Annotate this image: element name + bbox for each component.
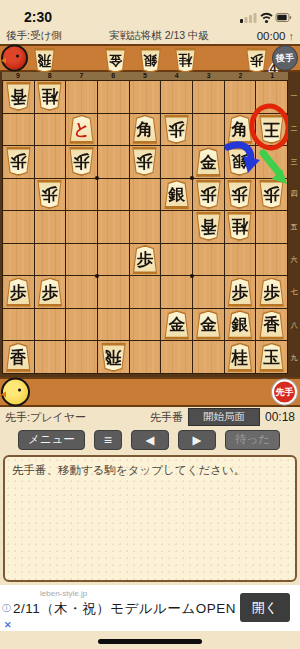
piece-銀-gote[interactable]: 銀 bbox=[139, 48, 162, 73]
square-1三[interactable] bbox=[256, 146, 288, 179]
home-indicator[interactable] bbox=[98, 639, 202, 644]
star-point bbox=[95, 176, 99, 180]
square-2三[interactable]: 銀 bbox=[225, 146, 257, 179]
piece-歩-sente[interactable]: 歩 bbox=[36, 278, 63, 307]
square-4四[interactable]: 銀 bbox=[161, 179, 193, 212]
square-9八[interactable] bbox=[3, 309, 35, 342]
sente-hand-tray: 先手 bbox=[0, 377, 300, 407]
rank-label: 七 bbox=[288, 276, 300, 309]
star-point bbox=[190, 274, 194, 278]
square-9一[interactable]: 香 bbox=[3, 81, 35, 114]
gote-role-label: 後手:受け側 bbox=[6, 29, 62, 43]
square-1八[interactable]: 香 bbox=[256, 309, 288, 342]
square-7六[interactable] bbox=[66, 244, 98, 277]
shogi-app-screen: 2:30 後手:受け側 実戦詰将棋 2/13 中級 00:00 ↑ bbox=[0, 0, 300, 649]
prev-move-button[interactable]: ◀ bbox=[131, 430, 169, 450]
piece-飛-gote[interactable]: 飛 bbox=[33, 48, 56, 73]
toolbar: メニュー ≡ ◀ ▶ 待った bbox=[0, 425, 300, 451]
rank-label: 九 bbox=[288, 341, 300, 374]
square-6七[interactable] bbox=[98, 276, 130, 309]
rank-label: 三 bbox=[288, 145, 300, 178]
square-7三[interactable]: 歩 bbox=[66, 146, 98, 179]
square-5二[interactable]: 角 bbox=[130, 114, 162, 147]
piece-香-gote[interactable]: 香 bbox=[195, 212, 222, 241]
rank-label: 四 bbox=[288, 178, 300, 211]
ad-domain: leben-style.jp bbox=[40, 589, 87, 598]
square-6八[interactable] bbox=[98, 309, 130, 342]
square-9二[interactable] bbox=[3, 114, 35, 147]
square-6六[interactable] bbox=[98, 244, 130, 277]
rank-label: 一 bbox=[288, 80, 300, 113]
rank-labels: 一二三四五六七八九 bbox=[288, 80, 300, 374]
gote-hand-slot-歩[interactable]: 歩4 bbox=[245, 48, 268, 73]
turn-label: 先手番 bbox=[150, 410, 183, 425]
ad-headline: 2/11（木・祝）モデルルームOPEN bbox=[13, 600, 236, 618]
piece-飛-gote[interactable]: 飛 bbox=[100, 343, 127, 372]
square-7二[interactable]: と bbox=[66, 114, 98, 147]
square-3八[interactable]: 金 bbox=[193, 309, 225, 342]
square-2六[interactable] bbox=[225, 244, 257, 277]
clock-time: 2:30 bbox=[24, 9, 52, 25]
square-3一[interactable] bbox=[193, 81, 225, 114]
gote-hand-slot-桂[interactable]: 桂 bbox=[174, 48, 197, 73]
square-2八[interactable]: 銀 bbox=[225, 309, 257, 342]
gote-hand-slot-金[interactable]: 金 bbox=[104, 48, 127, 73]
piece-角-sente[interactable]: 角 bbox=[131, 115, 158, 144]
signal-wifi-battery-icons bbox=[240, 11, 292, 24]
square-5一[interactable] bbox=[130, 81, 162, 114]
square-5八[interactable] bbox=[130, 309, 162, 342]
piece-歩-sente[interactable]: 歩 bbox=[131, 245, 158, 274]
file-label: 1 bbox=[256, 72, 288, 80]
square-7四[interactable] bbox=[66, 179, 98, 212]
rank-label: 二 bbox=[288, 113, 300, 146]
square-1二[interactable]: 王 bbox=[256, 114, 288, 147]
gote-hand-tray: 飛金銀桂歩4 後手 bbox=[0, 44, 300, 72]
game-header: 後手:受け側 実戦詰将棋 2/13 中級 00:00 ↑ bbox=[0, 28, 300, 44]
square-5五[interactable] bbox=[130, 211, 162, 244]
square-3七[interactable] bbox=[193, 276, 225, 309]
bottom-area bbox=[0, 631, 300, 649]
piece-銀-sente[interactable]: 銀 bbox=[163, 180, 190, 209]
piece-香-gote[interactable]: 香 bbox=[5, 82, 32, 111]
file-label: 9 bbox=[2, 72, 34, 80]
piece-金-gote[interactable]: 金 bbox=[104, 48, 127, 73]
piece-歩-sente[interactable]: 歩 bbox=[226, 278, 253, 307]
piece-王-gote[interactable]: 王 bbox=[258, 115, 285, 144]
square-6一[interactable] bbox=[98, 81, 130, 114]
square-3六[interactable] bbox=[193, 244, 225, 277]
square-6九[interactable]: 飛 bbox=[98, 341, 130, 374]
sente-role-label: 先手:プレイヤー bbox=[5, 410, 86, 425]
square-3九[interactable] bbox=[193, 341, 225, 374]
ad-info-icon[interactable]: ⓘ bbox=[2, 602, 11, 615]
piece-銀-gote[interactable]: 銀 bbox=[226, 147, 253, 176]
square-8五[interactable] bbox=[35, 211, 67, 244]
square-1六[interactable] bbox=[256, 244, 288, 277]
piece-香-sente[interactable]: 香 bbox=[5, 343, 32, 372]
square-5七[interactable] bbox=[130, 276, 162, 309]
square-2二[interactable]: 角 bbox=[225, 114, 257, 147]
square-4八[interactable]: 金 bbox=[161, 309, 193, 342]
piece-歩-gote[interactable]: 歩 bbox=[5, 147, 32, 176]
piece-歩-gote[interactable]: 歩 bbox=[226, 180, 253, 209]
rank-label: 八 bbox=[288, 309, 300, 342]
message-panel: 先手番、移動する駒をタップしてください。 bbox=[3, 455, 297, 582]
piece-金-sente[interactable]: 金 bbox=[195, 147, 222, 176]
piece-歩-sente[interactable]: 歩 bbox=[258, 278, 285, 307]
square-4六[interactable] bbox=[161, 244, 193, 277]
square-9九[interactable]: 香 bbox=[3, 341, 35, 374]
square-1五[interactable] bbox=[256, 211, 288, 244]
square-5三[interactable]: 歩 bbox=[130, 146, 162, 179]
undo-button[interactable]: 待った bbox=[225, 430, 280, 450]
gote-hand-slot-飛[interactable]: 飛 bbox=[33, 48, 56, 73]
gote-timer: 00:00 bbox=[257, 30, 286, 42]
square-9三[interactable]: 歩 bbox=[3, 146, 35, 179]
square-6四[interactable] bbox=[98, 179, 130, 212]
board-grid[interactable]: 香桂と角歩角王歩歩歩金銀歩銀歩歩歩香桂歩歩歩歩歩金金銀香香飛桂玉 bbox=[2, 80, 288, 374]
square-4二[interactable]: 歩 bbox=[161, 114, 193, 147]
file-label: 7 bbox=[66, 72, 98, 80]
piece-歩-gote[interactable]: 歩 bbox=[36, 180, 63, 209]
square-7九[interactable] bbox=[66, 341, 98, 374]
square-9四[interactable] bbox=[3, 179, 35, 212]
square-6三[interactable] bbox=[98, 146, 130, 179]
square-8二[interactable] bbox=[35, 114, 67, 147]
menu-button[interactable]: メニュー bbox=[18, 430, 85, 450]
piece-と-sente[interactable]: と bbox=[68, 115, 95, 144]
piece-金-sente[interactable]: 金 bbox=[195, 310, 222, 339]
ad-close-icon[interactable]: ✕ bbox=[4, 620, 12, 630]
move-list-button[interactable]: ≡ bbox=[94, 430, 122, 450]
square-7五[interactable] bbox=[66, 211, 98, 244]
ad-banner[interactable]: ⓘ ✕ leben-style.jp 2/11（木・祝）モデルルームOPEN 開… bbox=[0, 585, 300, 631]
file-label: 8 bbox=[34, 72, 66, 80]
file-labels: 987654321 bbox=[2, 72, 288, 80]
piece-銀-sente[interactable]: 銀 bbox=[226, 310, 253, 339]
square-7八[interactable] bbox=[66, 309, 98, 342]
square-3三[interactable]: 金 bbox=[193, 146, 225, 179]
gote-avatar bbox=[1, 45, 28, 72]
square-9七[interactable]: 歩 bbox=[3, 276, 35, 309]
square-8九[interactable] bbox=[35, 341, 67, 374]
piece-歩-gote[interactable]: 歩 bbox=[163, 115, 190, 144]
ad-open-button[interactable]: 開く bbox=[240, 593, 290, 622]
piece-金-sente[interactable]: 金 bbox=[163, 310, 190, 339]
file-label: 2 bbox=[224, 72, 256, 80]
piece-玉-sente[interactable]: 玉 bbox=[258, 343, 285, 372]
shogi-board: 987654321 香桂と角歩角王歩歩歩金銀歩銀歩歩歩香桂歩歩歩歩歩金金銀香香飛… bbox=[0, 72, 300, 377]
square-5九[interactable] bbox=[130, 341, 162, 374]
piece-歩-gote[interactable]: 歩 bbox=[68, 147, 95, 176]
gote-badge: 後手 bbox=[272, 45, 298, 71]
square-8一[interactable]: 桂 bbox=[35, 81, 67, 114]
square-9五[interactable] bbox=[3, 211, 35, 244]
piece-桂-gote[interactable]: 桂 bbox=[174, 48, 197, 73]
square-7七[interactable] bbox=[66, 276, 98, 309]
instruction-text: 先手番、移動する駒をタップしてください。 bbox=[12, 464, 245, 476]
square-1七[interactable]: 歩 bbox=[256, 276, 288, 309]
square-5六[interactable]: 歩 bbox=[130, 244, 162, 277]
square-1九[interactable]: 玉 bbox=[256, 341, 288, 374]
file-label: 4 bbox=[161, 72, 193, 80]
square-8七[interactable]: 歩 bbox=[35, 276, 67, 309]
star-point bbox=[95, 274, 99, 278]
rank-label: 六 bbox=[288, 243, 300, 276]
problem-title: 実戦詰将棋 2/13 中級 bbox=[109, 29, 209, 43]
position-state-label: 開始局面 bbox=[188, 408, 260, 426]
square-6五[interactable] bbox=[98, 211, 130, 244]
square-3二[interactable] bbox=[193, 114, 225, 147]
sente-badge: 先手 bbox=[272, 380, 297, 405]
gote-hand-slot-銀[interactable]: 銀 bbox=[139, 48, 162, 73]
square-8四[interactable]: 歩 bbox=[35, 179, 67, 212]
status-bar: 2:30 bbox=[0, 0, 300, 28]
square-9六[interactable] bbox=[3, 244, 35, 277]
square-2五[interactable]: 桂 bbox=[225, 211, 257, 244]
square-4三[interactable] bbox=[161, 146, 193, 179]
piece-歩-sente[interactable]: 歩 bbox=[5, 278, 32, 307]
square-3四[interactable]: 歩 bbox=[193, 179, 225, 212]
square-4一[interactable] bbox=[161, 81, 193, 114]
square-8三[interactable] bbox=[35, 146, 67, 179]
square-5四[interactable] bbox=[130, 179, 162, 212]
piece-歩-gote[interactable]: 歩 bbox=[258, 180, 285, 209]
piece-香-sente[interactable]: 香 bbox=[258, 310, 285, 339]
info-bar: 先手:プレイヤー 先手番 開始局面 00:18 bbox=[0, 407, 300, 425]
piece-桂-gote[interactable]: 桂 bbox=[226, 212, 253, 241]
square-1四[interactable]: 歩 bbox=[256, 179, 288, 212]
file-label: 5 bbox=[129, 72, 161, 80]
piece-歩-gote[interactable]: 歩 bbox=[131, 147, 158, 176]
file-label: 3 bbox=[193, 72, 225, 80]
star-point bbox=[190, 176, 194, 180]
square-2九[interactable]: 桂 bbox=[225, 341, 257, 374]
square-8八[interactable] bbox=[35, 309, 67, 342]
square-7一[interactable] bbox=[66, 81, 98, 114]
sente-timer: 00:18 bbox=[265, 410, 295, 424]
piece-桂-sente[interactable]: 桂 bbox=[226, 343, 253, 372]
sente-avatar bbox=[1, 378, 30, 407]
square-4九[interactable] bbox=[161, 341, 193, 374]
piece-歩-gote[interactable]: 歩 bbox=[195, 180, 222, 209]
square-4五[interactable] bbox=[161, 211, 193, 244]
square-1一[interactable] bbox=[256, 81, 288, 114]
square-2七[interactable]: 歩 bbox=[225, 276, 257, 309]
square-8六[interactable] bbox=[35, 244, 67, 277]
square-6二[interactable] bbox=[98, 114, 130, 147]
collapse-up-icon[interactable]: ↑ bbox=[288, 30, 294, 42]
square-2一[interactable] bbox=[225, 81, 257, 114]
status-icons bbox=[240, 11, 292, 24]
square-3五[interactable]: 香 bbox=[193, 211, 225, 244]
file-label: 6 bbox=[97, 72, 129, 80]
next-move-button[interactable]: ▶ bbox=[178, 430, 216, 450]
square-4七[interactable] bbox=[161, 276, 193, 309]
rank-label: 五 bbox=[288, 211, 300, 244]
piece-歩-gote[interactable]: 歩 bbox=[245, 48, 268, 73]
piece-角-sente[interactable]: 角 bbox=[226, 115, 253, 144]
piece-桂-gote[interactable]: 桂 bbox=[36, 82, 63, 111]
square-2四[interactable]: 歩 bbox=[225, 179, 257, 212]
